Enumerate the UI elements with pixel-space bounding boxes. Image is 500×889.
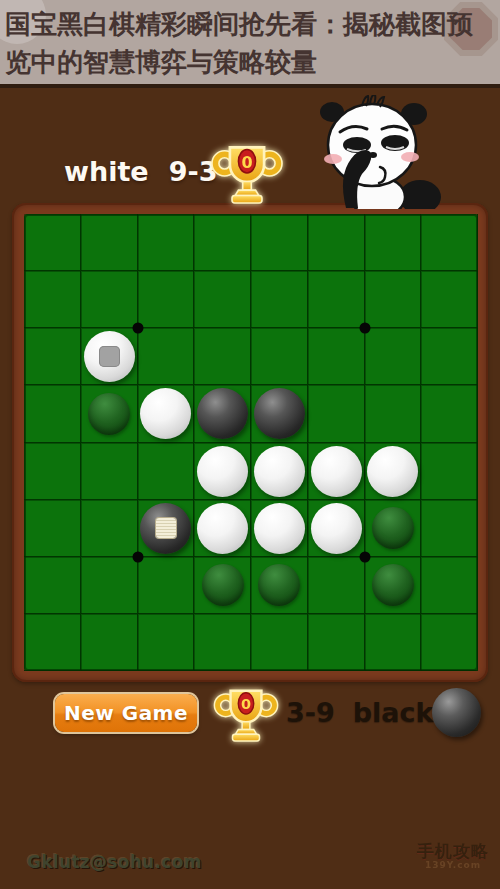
board-cell[interactable] bbox=[138, 214, 195, 271]
black-player-label: black bbox=[353, 697, 434, 728]
board-cell[interactable] bbox=[24, 271, 81, 328]
board-cell[interactable] bbox=[24, 614, 81, 671]
board-cell[interactable] bbox=[251, 443, 308, 500]
board-frame bbox=[12, 203, 488, 682]
author-email: Gklutz@sohu.com bbox=[27, 852, 202, 872]
board-cell[interactable] bbox=[365, 385, 422, 442]
white-disc bbox=[311, 446, 362, 497]
title-bar: 国宝黑白棋精彩瞬间抢先看：揭秘截图预览中的智慧博弈与策略较量 bbox=[0, 0, 500, 88]
board-cell[interactable] bbox=[365, 614, 422, 671]
board-cell[interactable] bbox=[24, 385, 81, 442]
board-cell[interactable] bbox=[194, 614, 251, 671]
legal-move-hint[interactable] bbox=[202, 564, 244, 606]
board-cell[interactable] bbox=[138, 443, 195, 500]
board-cell[interactable] bbox=[251, 328, 308, 385]
white-disc bbox=[311, 503, 362, 554]
black-trophy-icon: 0 bbox=[213, 686, 279, 742]
board-cell[interactable] bbox=[421, 614, 478, 671]
white-disc bbox=[84, 331, 135, 382]
board-cell[interactable] bbox=[81, 328, 138, 385]
board-cell[interactable] bbox=[251, 500, 308, 557]
board-cell[interactable] bbox=[251, 271, 308, 328]
board-cell[interactable] bbox=[365, 443, 422, 500]
board-cell[interactable] bbox=[308, 328, 365, 385]
white-player-label: white bbox=[64, 156, 149, 187]
white-disc bbox=[254, 446, 305, 497]
legal-move-hint[interactable] bbox=[372, 564, 414, 606]
board-cell[interactable] bbox=[81, 271, 138, 328]
board-cell[interactable] bbox=[194, 214, 251, 271]
board-cell[interactable] bbox=[24, 214, 81, 271]
board-cell[interactable] bbox=[138, 500, 195, 557]
board-cell[interactable] bbox=[251, 385, 308, 442]
board-cell[interactable] bbox=[251, 614, 308, 671]
board-cell[interactable] bbox=[81, 500, 138, 557]
white-disc bbox=[254, 503, 305, 554]
board-cell[interactable] bbox=[421, 500, 478, 557]
board-cell[interactable] bbox=[194, 328, 251, 385]
board-cell[interactable] bbox=[365, 557, 422, 614]
othello-game-screen: 国宝黑白棋精彩瞬间抢先看：揭秘截图预览中的智慧博弈与策略较量 white 9-3… bbox=[0, 0, 500, 889]
board-cell[interactable] bbox=[194, 500, 251, 557]
black-trophy-count: 0 bbox=[241, 696, 251, 712]
board-cell[interactable] bbox=[308, 214, 365, 271]
board-cell[interactable] bbox=[365, 271, 422, 328]
board-cell[interactable] bbox=[421, 271, 478, 328]
black-disc bbox=[140, 503, 191, 554]
board-cell[interactable] bbox=[251, 214, 308, 271]
board-cell[interactable] bbox=[308, 614, 365, 671]
board-cell[interactable] bbox=[421, 557, 478, 614]
black-score-row: 3-9 black bbox=[286, 697, 434, 728]
watermark-logo-text: 手机攻略 bbox=[410, 843, 496, 861]
board-cell[interactable] bbox=[365, 500, 422, 557]
board-cell[interactable] bbox=[138, 557, 195, 614]
board-cell[interactable] bbox=[365, 214, 422, 271]
white-score-row: white 9-3 bbox=[64, 156, 217, 187]
board-cell[interactable] bbox=[138, 271, 195, 328]
panda-mascot bbox=[302, 95, 444, 209]
panda-blush-right bbox=[401, 152, 419, 162]
board-cell[interactable] bbox=[421, 443, 478, 500]
white-trophy-count: 0 bbox=[241, 153, 252, 172]
board-cell[interactable] bbox=[421, 385, 478, 442]
board-cell[interactable] bbox=[194, 557, 251, 614]
last-move-marker-white bbox=[99, 346, 120, 367]
legal-move-hint[interactable] bbox=[258, 564, 300, 606]
board-cell[interactable] bbox=[81, 614, 138, 671]
legal-move-hint[interactable] bbox=[88, 393, 130, 435]
board-cell[interactable] bbox=[24, 328, 81, 385]
new-game-button[interactable]: New Game bbox=[55, 694, 197, 732]
black-player-disc-icon bbox=[432, 688, 481, 737]
black-disc bbox=[254, 388, 305, 439]
board-cell[interactable] bbox=[308, 385, 365, 442]
page-title: 国宝黑白棋精彩瞬间抢先看：揭秘截图预览中的智慧博弈与策略较量 bbox=[0, 0, 500, 81]
board-cell[interactable] bbox=[365, 328, 422, 385]
board-cell[interactable] bbox=[24, 443, 81, 500]
white-disc bbox=[197, 503, 248, 554]
board-cell[interactable] bbox=[308, 500, 365, 557]
board-cell[interactable] bbox=[194, 443, 251, 500]
board-cell[interactable] bbox=[308, 443, 365, 500]
white-disc bbox=[140, 388, 191, 439]
last-move-marker-black bbox=[156, 518, 176, 538]
black-disc bbox=[197, 388, 248, 439]
legal-move-hint[interactable] bbox=[372, 507, 414, 549]
white-disc bbox=[367, 446, 418, 497]
site-watermark: 手机攻略 139Y.com bbox=[410, 843, 496, 870]
white-trophy-icon: 0 bbox=[211, 142, 283, 204]
board-cell[interactable] bbox=[308, 271, 365, 328]
board-cell[interactable] bbox=[194, 385, 251, 442]
board-cell[interactable] bbox=[24, 500, 81, 557]
board-cell[interactable] bbox=[138, 385, 195, 442]
board-cell[interactable] bbox=[81, 557, 138, 614]
black-score-value: 3-9 bbox=[286, 697, 335, 728]
white-disc bbox=[197, 446, 248, 497]
board-cell[interactable] bbox=[81, 214, 138, 271]
board-cell[interactable] bbox=[24, 557, 81, 614]
board-cell[interactable] bbox=[421, 214, 478, 271]
board-cell[interactable] bbox=[138, 328, 195, 385]
board-cell[interactable] bbox=[251, 557, 308, 614]
board-grid bbox=[24, 214, 478, 671]
board-cell[interactable] bbox=[81, 385, 138, 442]
board-cell[interactable] bbox=[194, 271, 251, 328]
board-cell[interactable] bbox=[421, 328, 478, 385]
board-cell[interactable] bbox=[81, 443, 138, 500]
watermark-url: 139Y.com bbox=[410, 861, 496, 870]
panda-blush-left bbox=[324, 154, 342, 164]
board-cell[interactable] bbox=[138, 614, 195, 671]
board-cell[interactable] bbox=[308, 557, 365, 614]
